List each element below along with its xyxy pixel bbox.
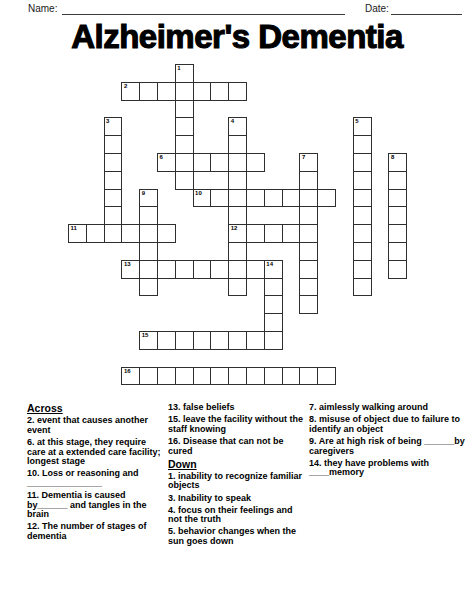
grid-cell-r9c4[interactable] xyxy=(139,224,158,243)
grid-cell-r9c2[interactable] xyxy=(104,224,123,243)
grid-cell-r11c5[interactable] xyxy=(157,260,176,279)
grid-cell-r5c9[interactable] xyxy=(228,153,247,172)
grid-cell-r9c0[interactable]: 11 xyxy=(68,224,87,243)
grid-cell-r4c2[interactable] xyxy=(104,135,123,154)
crossword-grid: 12345678910111213141516 xyxy=(68,64,407,385)
grid-cell-r10c16[interactable] xyxy=(353,242,372,261)
grid-cell-r11c11[interactable]: 14 xyxy=(264,260,283,279)
grid-cell-r13c11[interactable] xyxy=(264,295,283,314)
grid-cell-r17c4[interactable] xyxy=(139,367,158,386)
clue-number-14: 14 xyxy=(266,261,273,268)
grid-cell-r7c14[interactable] xyxy=(317,189,336,208)
grid-cell-r17c6[interactable] xyxy=(175,367,194,386)
clue-across-10: 10. Loss or reasoning and ______________… xyxy=(27,469,161,488)
grid-cell-r7c4[interactable]: 9 xyxy=(139,189,158,208)
grid-cell-r1c6[interactable] xyxy=(175,82,194,101)
clue-number-2: 2 xyxy=(124,83,127,90)
grid-cell-r10c13[interactable] xyxy=(299,242,318,261)
grid-cell-r12c4[interactable] xyxy=(139,278,158,297)
grid-cell-r5c18[interactable]: 8 xyxy=(388,153,407,172)
grid-cell-r11c6[interactable] xyxy=(175,260,194,279)
grid-cell-r0c6[interactable]: 1 xyxy=(175,64,194,83)
grid-cell-r13c13[interactable] xyxy=(299,295,318,314)
clue-number-9: 9 xyxy=(142,190,145,197)
grid-cell-r9c3[interactable] xyxy=(121,224,140,243)
grid-cell-r17c10[interactable] xyxy=(246,367,265,386)
grid-cell-r17c9[interactable] xyxy=(228,367,247,386)
grid-cell-r9c10[interactable] xyxy=(246,224,265,243)
clue-down-7: 7. aimlessly walking around xyxy=(309,403,469,413)
grid-cell-r1c5[interactable] xyxy=(157,82,176,101)
grid-cell-r7c10[interactable] xyxy=(246,189,265,208)
grid-cell-r1c7[interactable] xyxy=(193,82,212,101)
grid-cell-r5c6[interactable] xyxy=(175,153,194,172)
grid-cell-r9c16[interactable] xyxy=(353,224,372,243)
date-field-line[interactable] xyxy=(391,14,462,15)
clue-down-8: 8. misuse of object due to failure to id… xyxy=(309,415,469,434)
clue-across-6: 6. at this stage, they require care at a… xyxy=(27,438,161,467)
grid-cell-r7c18[interactable] xyxy=(388,189,407,208)
grid-cell-r9c18[interactable] xyxy=(388,224,407,243)
clue-number-5: 5 xyxy=(355,118,358,125)
grid-cell-r7c2[interactable] xyxy=(104,189,123,208)
clue-number-1: 1 xyxy=(177,65,180,72)
grid-cell-r7c9[interactable] xyxy=(228,189,247,208)
clues-column-1: Across2. event that causes another event… xyxy=(27,403,161,544)
grid-cell-r17c11[interactable] xyxy=(264,367,283,386)
grid-cell-r15c8[interactable] xyxy=(210,331,229,350)
grid-cell-r15c9[interactable] xyxy=(228,331,247,350)
grid-cell-r7c7[interactable]: 10 xyxy=(193,189,212,208)
date-label: Date: xyxy=(365,3,389,14)
grid-cell-r11c4[interactable] xyxy=(139,260,158,279)
grid-cell-r6c16[interactable] xyxy=(353,171,372,190)
grid-cell-r15c5[interactable] xyxy=(157,331,176,350)
clue-down-9: 9. Are at high risk of being ______by ca… xyxy=(309,437,469,456)
grid-cell-r11c9[interactable] xyxy=(228,260,247,279)
grid-cell-r17c8[interactable] xyxy=(210,367,229,386)
grid-cell-r9c13[interactable] xyxy=(299,224,318,243)
grid-cell-r9c9[interactable]: 12 xyxy=(228,224,247,243)
grid-cell-r1c4[interactable] xyxy=(139,82,158,101)
grid-cell-r6c9[interactable] xyxy=(228,171,247,190)
clue-number-16: 16 xyxy=(124,368,131,375)
grid-cell-r5c5[interactable]: 6 xyxy=(157,153,176,172)
grid-cell-r17c7[interactable] xyxy=(193,367,212,386)
grid-cell-r11c10[interactable] xyxy=(246,260,265,279)
grid-cell-r8c16[interactable] xyxy=(353,206,372,225)
grid-cell-r4c6[interactable] xyxy=(175,135,194,154)
clue-across-16: 16. Disease that can not be cured xyxy=(168,437,306,456)
grid-cell-r10c4[interactable] xyxy=(139,242,158,261)
down-header: Down xyxy=(168,459,306,470)
grid-cell-r12c13[interactable] xyxy=(299,278,318,297)
grid-cell-r3c9[interactable]: 4 xyxy=(228,117,247,136)
name-field-line[interactable] xyxy=(62,14,345,15)
grid-cell-r5c16[interactable] xyxy=(353,153,372,172)
grid-cell-r11c7[interactable] xyxy=(193,260,212,279)
grid-cell-r6c2[interactable] xyxy=(104,171,123,190)
clue-number-13: 13 xyxy=(124,261,131,268)
grid-cell-r3c16[interactable]: 5 xyxy=(353,117,372,136)
grid-cell-r5c10[interactable] xyxy=(246,153,265,172)
grid-cell-r11c8[interactable] xyxy=(210,260,229,279)
grid-cell-r5c13[interactable]: 7 xyxy=(299,153,318,172)
page-title: Alzheimer's Dementia xyxy=(0,18,474,56)
clue-number-6: 6 xyxy=(160,154,163,161)
grid-cell-r12c11[interactable] xyxy=(264,278,283,297)
clues-column-3: 7. aimlessly walking around8. misuse of … xyxy=(309,403,469,480)
grid-cell-r9c1[interactable] xyxy=(86,224,105,243)
clue-down-1: 1. inability to recognize familiar objec… xyxy=(168,472,306,491)
grid-cell-r6c13[interactable] xyxy=(299,171,318,190)
grid-cell-r17c3[interactable]: 16 xyxy=(121,367,140,386)
grid-cell-r3c2[interactable]: 3 xyxy=(104,117,123,136)
clue-down-5: 5. behavior changes when the sun goes do… xyxy=(168,527,306,546)
clue-number-3: 3 xyxy=(106,118,109,125)
clues-column-2: 13. false beliefs15. leave the facility … xyxy=(168,403,306,549)
grid-cell-r1c3[interactable]: 2 xyxy=(121,82,140,101)
clue-down-3: 3. Inability to speak xyxy=(168,494,306,504)
clue-number-7: 7 xyxy=(302,154,305,161)
clue-number-8: 8 xyxy=(391,154,394,161)
grid-cell-r6c6[interactable] xyxy=(175,171,194,190)
grid-cell-r9c11[interactable] xyxy=(264,224,283,243)
grid-cell-r17c13[interactable] xyxy=(299,367,318,386)
grid-cell-r4c9[interactable] xyxy=(228,135,247,154)
clue-down-14: 14. they have problems with ____memory xyxy=(309,459,469,478)
grid-cell-r6c18[interactable] xyxy=(388,171,407,190)
grid-cell-r14c11[interactable] xyxy=(264,313,283,332)
clue-number-4: 4 xyxy=(231,118,234,125)
clue-across-2: 2. event that causes another event xyxy=(27,416,161,435)
grid-cell-r15c7[interactable] xyxy=(193,331,212,350)
grid-cell-r5c8[interactable] xyxy=(210,153,229,172)
clue-across-12: 12. The number of stages of dementia xyxy=(27,522,161,541)
grid-cell-r15c6[interactable] xyxy=(175,331,194,350)
across-header: Across xyxy=(27,403,161,414)
clue-across-15: 15. leave the facility without the staff… xyxy=(168,415,306,434)
clue-across-13: 13. false beliefs xyxy=(168,403,306,413)
grid-cell-r5c2[interactable] xyxy=(104,153,123,172)
clue-down-4: 4. focus on their feelings and not the t… xyxy=(168,506,306,525)
grid-cell-r17c5[interactable] xyxy=(157,367,176,386)
grid-cell-r1c9[interactable] xyxy=(228,82,247,101)
grid-cell-r8c2[interactable] xyxy=(104,206,123,225)
grid-cell-r5c7[interactable] xyxy=(193,153,212,172)
grid-cell-r3c6[interactable] xyxy=(175,117,194,136)
grid-cell-r8c4[interactable] xyxy=(139,206,158,225)
grid-cell-r7c11[interactable] xyxy=(264,189,283,208)
grid-cell-r15c10[interactable] xyxy=(246,331,265,350)
grid-cell-r17c12[interactable] xyxy=(282,367,301,386)
grid-cell-r17c14[interactable] xyxy=(317,367,336,386)
grid-cell-r7c12[interactable] xyxy=(282,189,301,208)
grid-cell-r11c16[interactable] xyxy=(353,260,372,279)
grid-cell-r9c5[interactable] xyxy=(157,224,176,243)
grid-cell-r8c18[interactable] xyxy=(388,206,407,225)
clue-number-11: 11 xyxy=(71,225,77,232)
grid-cell-r4c16[interactable] xyxy=(353,135,372,154)
grid-cell-r1c8[interactable] xyxy=(210,82,229,101)
grid-cell-r8c9[interactable] xyxy=(228,206,247,225)
grid-cell-r10c9[interactable] xyxy=(228,242,247,261)
grid-cell-r10c18[interactable] xyxy=(388,242,407,261)
grid-cell-r12c9[interactable] xyxy=(228,278,247,297)
clue-number-15: 15 xyxy=(142,332,149,339)
grid-cell-r11c3[interactable]: 13 xyxy=(121,260,140,279)
clue-number-12: 12 xyxy=(231,225,238,232)
grid-cell-r15c11[interactable] xyxy=(264,331,283,350)
grid-cell-r15c4[interactable]: 15 xyxy=(139,331,158,350)
grid-cell-r11c13[interactable] xyxy=(299,260,318,279)
grid-cell-r7c8[interactable] xyxy=(210,189,229,208)
grid-cell-r9c12[interactable] xyxy=(282,224,301,243)
clue-across-11: 11. Dementia is caused by______ and tang… xyxy=(27,491,161,520)
clue-number-10: 10 xyxy=(195,190,202,197)
grid-cell-r7c16[interactable] xyxy=(353,189,372,208)
grid-cell-r8c13[interactable] xyxy=(299,206,318,225)
grid-cell-r2c6[interactable] xyxy=(175,100,194,119)
grid-cell-r7c13[interactable] xyxy=(299,189,318,208)
grid-cell-r12c16[interactable] xyxy=(353,278,372,297)
name-label: Name: xyxy=(28,3,57,14)
grid-cell-r11c18[interactable] xyxy=(388,260,407,279)
